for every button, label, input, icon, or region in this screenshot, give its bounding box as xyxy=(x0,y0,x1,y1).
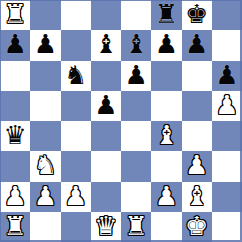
square-f6[interactable] xyxy=(151,61,181,91)
square-f1[interactable] xyxy=(151,212,181,242)
square-d6[interactable] xyxy=(91,61,121,91)
square-h1[interactable] xyxy=(212,212,242,242)
square-h5[interactable]: ♟ xyxy=(212,91,242,121)
square-g2[interactable]: ♝ xyxy=(182,182,212,212)
square-d1[interactable]: ♛ xyxy=(91,212,121,242)
white-rook[interactable]: ♜ xyxy=(3,213,26,239)
white-pawn[interactable]: ♟ xyxy=(3,183,26,209)
black-queen[interactable]: ♛ xyxy=(3,122,26,148)
black-pawn[interactable]: ♟ xyxy=(3,31,26,57)
square-g8[interactable]: ♚ xyxy=(182,0,212,30)
square-h8[interactable] xyxy=(212,0,242,30)
chess-board-grid: ♜♜♚♟♟♝♝♟♟♞♟♟♟♟♛♝♞♟♟♟♟♟♝♜♛♜♚ xyxy=(0,0,242,242)
square-h6[interactable]: ♟ xyxy=(212,61,242,91)
black-bishop[interactable]: ♝ xyxy=(94,31,117,57)
white-king[interactable]: ♚ xyxy=(185,213,208,239)
white-bishop[interactable]: ♝ xyxy=(185,183,208,209)
white-rook[interactable]: ♜ xyxy=(3,1,26,27)
white-pawn[interactable]: ♟ xyxy=(64,183,87,209)
square-b3[interactable]: ♞ xyxy=(30,151,60,181)
square-g3[interactable]: ♟ xyxy=(182,151,212,181)
square-d5[interactable]: ♟ xyxy=(91,91,121,121)
square-a7[interactable]: ♟ xyxy=(0,30,30,60)
black-pawn[interactable]: ♟ xyxy=(185,31,208,57)
square-e8[interactable] xyxy=(121,0,151,30)
square-d3[interactable] xyxy=(91,151,121,181)
square-f7[interactable]: ♟ xyxy=(151,30,181,60)
white-pawn[interactable]: ♟ xyxy=(215,92,238,118)
square-a6[interactable] xyxy=(0,61,30,91)
white-rook[interactable]: ♜ xyxy=(124,213,147,239)
square-g4[interactable] xyxy=(182,121,212,151)
square-g6[interactable] xyxy=(182,61,212,91)
square-b5[interactable] xyxy=(30,91,60,121)
square-d8[interactable] xyxy=(91,0,121,30)
square-a2[interactable]: ♟ xyxy=(0,182,30,212)
square-d7[interactable]: ♝ xyxy=(91,30,121,60)
square-e1[interactable]: ♜ xyxy=(121,212,151,242)
square-h2[interactable] xyxy=(212,182,242,212)
square-h7[interactable] xyxy=(212,30,242,60)
black-rook[interactable]: ♜ xyxy=(155,1,178,27)
black-pawn[interactable]: ♟ xyxy=(34,31,57,57)
square-d4[interactable] xyxy=(91,121,121,151)
square-b2[interactable]: ♟ xyxy=(30,182,60,212)
black-king[interactable]: ♚ xyxy=(185,1,208,27)
black-pawn[interactable]: ♟ xyxy=(124,62,147,88)
white-queen[interactable]: ♛ xyxy=(94,213,117,239)
square-c3[interactable] xyxy=(61,151,91,181)
black-bishop[interactable]: ♝ xyxy=(124,31,147,57)
square-a5[interactable] xyxy=(0,91,30,121)
square-c2[interactable]: ♟ xyxy=(61,182,91,212)
white-pawn[interactable]: ♟ xyxy=(155,183,178,209)
square-h4[interactable] xyxy=(212,121,242,151)
square-g5[interactable] xyxy=(182,91,212,121)
square-b8[interactable] xyxy=(30,0,60,30)
square-g1[interactable]: ♚ xyxy=(182,212,212,242)
white-pawn[interactable]: ♟ xyxy=(34,183,57,209)
square-f2[interactable]: ♟ xyxy=(151,182,181,212)
square-a8[interactable]: ♜ xyxy=(0,0,30,30)
square-c4[interactable] xyxy=(61,121,91,151)
black-pawn[interactable]: ♟ xyxy=(155,31,178,57)
square-e2[interactable] xyxy=(121,182,151,212)
white-knight[interactable]: ♞ xyxy=(34,152,57,178)
square-b7[interactable]: ♟ xyxy=(30,30,60,60)
square-a3[interactable] xyxy=(0,151,30,181)
black-knight[interactable]: ♞ xyxy=(64,62,87,88)
square-f5[interactable] xyxy=(151,91,181,121)
white-pawn[interactable]: ♟ xyxy=(185,152,208,178)
chess-board: ♜♜♚♟♟♝♝♟♟♞♟♟♟♟♛♝♞♟♟♟♟♟♝♜♛♜♚ xyxy=(0,0,242,242)
square-g7[interactable]: ♟ xyxy=(182,30,212,60)
square-c6[interactable]: ♞ xyxy=(61,61,91,91)
square-a4[interactable]: ♛ xyxy=(0,121,30,151)
square-d2[interactable] xyxy=(91,182,121,212)
square-e4[interactable] xyxy=(121,121,151,151)
square-b4[interactable] xyxy=(30,121,60,151)
square-e3[interactable] xyxy=(121,151,151,181)
black-pawn[interactable]: ♟ xyxy=(94,92,117,118)
square-c7[interactable] xyxy=(61,30,91,60)
square-a1[interactable]: ♜ xyxy=(0,212,30,242)
square-c5[interactable] xyxy=(61,91,91,121)
square-e5[interactable] xyxy=(121,91,151,121)
square-f4[interactable]: ♝ xyxy=(151,121,181,151)
square-e6[interactable]: ♟ xyxy=(121,61,151,91)
square-c8[interactable] xyxy=(61,0,91,30)
square-b1[interactable] xyxy=(30,212,60,242)
square-h3[interactable] xyxy=(212,151,242,181)
square-f3[interactable] xyxy=(151,151,181,181)
square-e7[interactable]: ♝ xyxy=(121,30,151,60)
black-pawn[interactable]: ♟ xyxy=(215,62,238,88)
white-bishop[interactable]: ♝ xyxy=(155,122,178,148)
square-f8[interactable]: ♜ xyxy=(151,0,181,30)
square-b6[interactable] xyxy=(30,61,60,91)
square-c1[interactable] xyxy=(61,212,91,242)
